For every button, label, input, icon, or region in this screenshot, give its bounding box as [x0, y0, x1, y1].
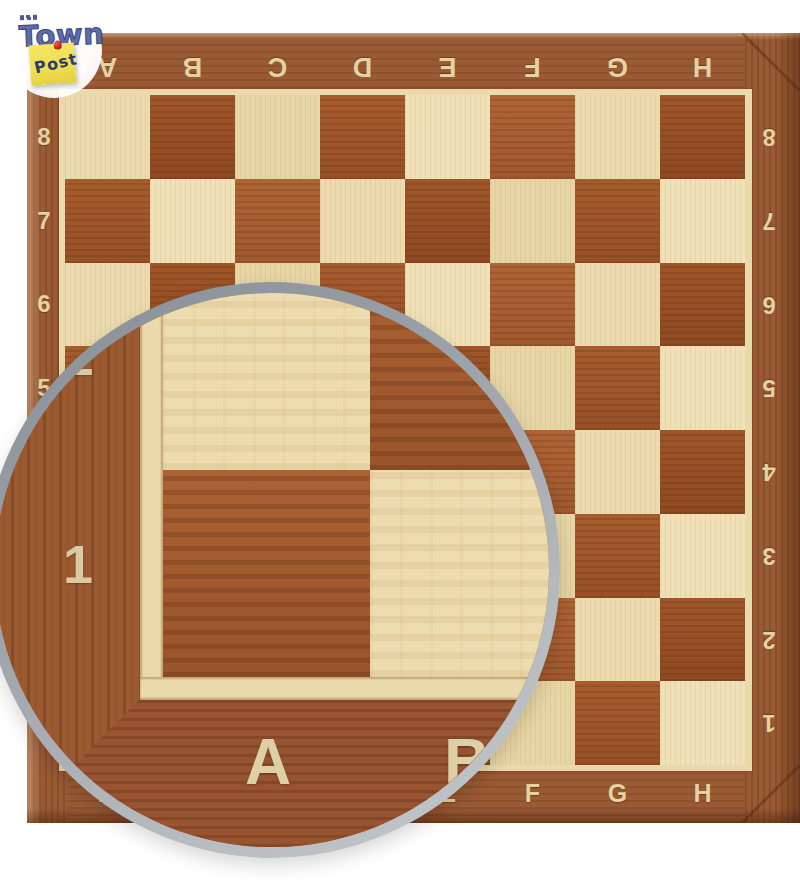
magnified-inlay-vertical: [140, 293, 163, 700]
square-e7: [405, 179, 490, 263]
square-h7: [660, 179, 745, 263]
coords-top: ABCDEFGH: [65, 45, 745, 89]
square-g6: [575, 263, 660, 347]
coord-top-f: F: [490, 45, 575, 89]
coord-bottom-f: F: [490, 771, 575, 815]
square-c8: [235, 95, 320, 179]
square-f8: [490, 95, 575, 179]
magnifier-circle: 2 1 A B: [0, 282, 560, 858]
square-g3: [575, 514, 660, 598]
coord-top-d: D: [320, 45, 405, 89]
logo-sticky-note: Post: [29, 42, 77, 85]
page: ABCDEFGH ABCDEFGH 87654321 87654321 2 1 …: [0, 0, 800, 893]
square-d8: [320, 95, 405, 179]
square-g1: [575, 681, 660, 765]
magnifier-content: 2 1 A B: [0, 293, 549, 847]
board-edge-top: [27, 33, 800, 40]
square-h1: [660, 681, 745, 765]
square-f6: [490, 263, 575, 347]
square-g7: [575, 179, 660, 263]
logo-post-text: Post: [32, 49, 79, 77]
magnified-square-a1: [163, 470, 370, 677]
square-f7: [490, 179, 575, 263]
magnified-inlay-horizontal: [140, 677, 549, 700]
coord-top-h: H: [660, 45, 745, 89]
square-g5: [575, 346, 660, 430]
coord-top-b: B: [150, 45, 235, 89]
square-b7: [150, 179, 235, 263]
magnified-square-b1: [370, 470, 549, 677]
magnified-rank-label-1: 1: [63, 533, 93, 595]
square-h8: [660, 95, 745, 179]
square-a8: [65, 95, 150, 179]
square-g8: [575, 95, 660, 179]
square-d7: [320, 179, 405, 263]
square-h6: [660, 263, 745, 347]
square-h2: [660, 598, 745, 682]
coord-bottom-h: H: [660, 771, 745, 815]
square-b8: [150, 95, 235, 179]
square-h4: [660, 430, 745, 514]
square-e8: [405, 95, 490, 179]
frame-right-grain: [745, 33, 800, 823]
square-h3: [660, 514, 745, 598]
rook-battlement-icon: [20, 15, 37, 21]
coord-top-e: E: [405, 45, 490, 89]
square-h5: [660, 346, 745, 430]
square-a7: [65, 179, 150, 263]
coord-top-g: G: [575, 45, 660, 89]
square-c7: [235, 179, 320, 263]
pin-icon: [53, 40, 62, 50]
square-g2: [575, 598, 660, 682]
square-g4: [575, 430, 660, 514]
coord-bottom-g: G: [575, 771, 660, 815]
coord-top-c: C: [235, 45, 320, 89]
magnified-square-a2: [163, 293, 370, 470]
townpost-logo: Town Post: [6, 2, 102, 98]
magnified-file-label-a: A: [245, 725, 291, 799]
